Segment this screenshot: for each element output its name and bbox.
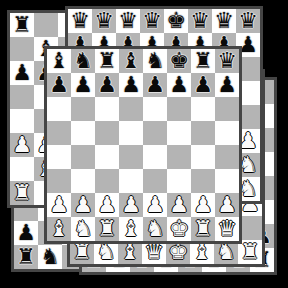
black-queen[interactable]: ♛ [70,10,90,32]
square[interactable]: ♜ [191,49,215,73]
square[interactable]: ♛ [212,9,236,33]
square[interactable]: ♛ [92,9,116,33]
square[interactable]: ♞ [71,49,95,73]
white-king[interactable]: ♚ [168,241,188,263]
black-knight[interactable]: ♞ [73,50,93,72]
white-knight[interactable]: ♞ [96,241,116,263]
black-pawn[interactable]: ♟ [145,74,165,96]
board-front-chess960[interactable]: ♝♞♜♝♞♚♜♛♟♟♟♟♟♟♟♟♟♟♟♟♟♟♟♟♝♞♜♝♞♚♜♛ [44,46,242,244]
black-queen[interactable]: ♛ [214,10,234,32]
white-king[interactable]: ♚ [169,218,189,240]
white-pawn[interactable]: ♟ [193,194,213,216]
black-bishop[interactable]: ♝ [121,50,141,72]
square[interactable] [10,157,34,181]
black-queen[interactable]: ♛ [217,50,237,72]
black-queen[interactable]: ♛ [94,10,114,32]
white-pawn[interactable]: ♟ [73,194,93,216]
square[interactable]: ♞ [71,217,95,241]
square[interactable]: ♟ [167,193,191,217]
square[interactable] [191,169,215,193]
square[interactable]: ♟ [10,61,34,85]
square[interactable]: ♛ [140,9,164,33]
white-pawn[interactable]: ♟ [217,194,237,216]
square[interactable] [71,169,95,193]
black-knight[interactable]: ♞ [40,246,60,268]
white-knight[interactable]: ♞ [145,218,165,240]
square[interactable] [167,121,191,145]
square[interactable] [215,97,239,121]
black-rook[interactable]: ♜ [12,14,32,36]
square[interactable] [47,97,71,121]
square[interactable]: ♟ [71,193,95,217]
square[interactable] [34,13,58,37]
black-queen[interactable]: ♛ [238,10,258,32]
square[interactable] [167,97,191,121]
square[interactable] [167,145,191,169]
square[interactable]: ♝ [119,217,143,241]
square[interactable]: ♛ [215,49,239,73]
square[interactable]: ♜ [95,49,119,73]
square[interactable]: ♟ [95,193,119,217]
square[interactable]: ♛ [188,9,212,33]
square[interactable] [191,97,215,121]
white-bishop[interactable]: ♝ [121,218,141,240]
square[interactable] [10,85,34,109]
square[interactable]: ♞ [38,245,62,269]
square[interactable]: ♟ [95,73,119,97]
black-pawn[interactable]: ♟ [16,222,36,244]
square[interactable]: ♟ [71,73,95,97]
square[interactable] [167,169,191,193]
black-pawn[interactable]: ♟ [97,74,117,96]
black-pawn[interactable]: ♟ [193,74,213,96]
square[interactable] [119,97,143,121]
square[interactable] [119,121,143,145]
black-queen[interactable]: ♛ [142,10,162,32]
square[interactable] [47,145,71,169]
square[interactable]: ♛ [116,9,140,33]
square[interactable] [47,121,71,145]
square[interactable]: ♟ [191,73,215,97]
square[interactable]: ♟ [215,73,239,97]
square[interactable]: ♛ [68,9,92,33]
square[interactable]: ♞ [143,217,167,241]
square[interactable]: ♟ [143,73,167,97]
square[interactable] [143,169,167,193]
square[interactable]: ♟ [119,193,143,217]
white-pawn[interactable]: ♟ [169,194,189,216]
white-bishop[interactable]: ♝ [120,241,140,263]
black-rook[interactable]: ♜ [16,246,36,268]
square[interactable]: ♟ [14,221,38,245]
square[interactable]: ♟ [143,193,167,217]
white-knight[interactable]: ♞ [73,218,93,240]
square[interactable]: ♟ [167,73,191,97]
white-rook[interactable]: ♜ [72,241,92,263]
square[interactable] [71,121,95,145]
square[interactable] [143,145,167,169]
square[interactable]: ♜ [95,217,119,241]
square[interactable] [95,169,119,193]
square[interactable] [119,169,143,193]
white-pawn[interactable]: ♟ [49,194,69,216]
white-pawn[interactable]: ♟ [12,134,32,156]
square[interactable]: ♟ [191,193,215,217]
black-pawn[interactable]: ♟ [73,74,93,96]
white-pawn[interactable]: ♟ [97,194,117,216]
square[interactable]: ♟ [215,193,239,217]
square[interactable]: ♚ [167,49,191,73]
square[interactable] [10,37,34,61]
square[interactable]: ♟ [119,73,143,97]
black-queen[interactable]: ♛ [118,10,138,32]
square[interactable] [95,97,119,121]
square[interactable]: ♚ [164,9,188,33]
square[interactable] [95,145,119,169]
square[interactable]: ♚ [167,217,191,241]
white-queen[interactable]: ♛ [144,241,164,263]
square[interactable]: ♞ [143,49,167,73]
white-rook[interactable]: ♜ [97,218,117,240]
white-rook[interactable]: ♜ [193,218,213,240]
square[interactable] [10,109,34,133]
square[interactable]: ♝ [47,217,71,241]
black-pawn[interactable]: ♟ [12,62,32,84]
black-pawn[interactable]: ♟ [49,74,69,96]
white-pawn[interactable]: ♟ [145,194,165,216]
square[interactable]: ♝ [47,49,71,73]
black-bishop[interactable]: ♝ [49,50,69,72]
black-rook[interactable]: ♜ [97,50,117,72]
black-rook[interactable]: ♜ [193,50,213,72]
black-king[interactable]: ♚ [166,10,186,32]
desktop-background: ♜♞♝♚♛♝♞♜♟♟♟♟♟♟♟♟♟♟♟♟♟♟♟♟♜♞♝♚♛♝♞♜♜♞♝♚♛♝♞♟… [0,0,288,288]
square[interactable] [119,145,143,169]
square[interactable] [215,169,239,193]
square[interactable] [71,97,95,121]
black-queen[interactable]: ♛ [190,10,210,32]
black-king[interactable]: ♚ [169,50,189,72]
white-knight[interactable]: ♞ [216,241,236,263]
white-rook[interactable]: ♜ [240,241,260,263]
square[interactable] [95,121,119,145]
white-queen[interactable]: ♛ [217,218,237,240]
square[interactable] [191,145,215,169]
square[interactable]: ♟ [47,193,71,217]
black-pawn[interactable]: ♟ [169,74,189,96]
square[interactable]: ♜ [10,13,34,37]
square[interactable]: ♟ [10,133,34,157]
square[interactable] [71,145,95,169]
white-pawn[interactable]: ♟ [121,194,141,216]
square[interactable]: ♟ [47,73,71,97]
square[interactable]: ♜ [14,245,38,269]
square[interactable] [215,121,239,145]
black-pawn[interactable]: ♟ [121,74,141,96]
square[interactable]: ♛ [236,9,260,33]
white-rook[interactable]: ♜ [12,182,32,204]
square[interactable]: ♝ [119,49,143,73]
square[interactable]: ♜ [191,217,215,241]
white-bishop[interactable]: ♝ [49,218,69,240]
square[interactable]: ♜ [10,181,34,205]
black-knight[interactable]: ♞ [145,50,165,72]
square[interactable] [143,97,167,121]
white-bishop[interactable]: ♝ [192,241,212,263]
square[interactable]: ♛ [215,217,239,241]
square[interactable] [215,145,239,169]
black-pawn[interactable]: ♟ [217,74,237,96]
square[interactable] [191,121,215,145]
square[interactable] [47,169,71,193]
square[interactable] [143,121,167,145]
